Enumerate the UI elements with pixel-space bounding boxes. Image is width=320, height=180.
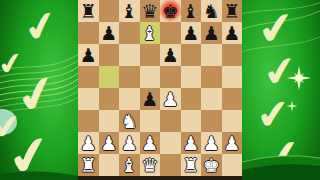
square-b7[interactable]: ♟ <box>99 22 120 44</box>
white-pawn[interactable]: ♟ <box>100 132 117 154</box>
square-d2[interactable]: ♟ <box>140 132 161 154</box>
white-rook[interactable]: ♜ <box>182 154 199 176</box>
square-g5[interactable] <box>201 66 222 88</box>
white-pawn[interactable]: ♟ <box>223 132 240 154</box>
black-bishop[interactable]: ♝ <box>182 0 199 22</box>
black-pawn[interactable]: ♟ <box>141 88 158 110</box>
square-c3[interactable]: ♞ <box>119 110 140 132</box>
square-b2[interactable]: ♟ <box>99 132 120 154</box>
square-h6[interactable] <box>222 44 243 66</box>
black-pawn[interactable]: ♟ <box>223 22 240 44</box>
square-d4[interactable]: ♟ <box>140 88 161 110</box>
background-right-decoration: ✔ ✔ ✔ ✔ <box>242 0 320 180</box>
white-pawn[interactable]: ♟ <box>141 132 158 154</box>
square-e5[interactable] <box>160 66 181 88</box>
square-e6[interactable]: ♟ <box>160 44 181 66</box>
chess-thumbnail: ✔ ✔ ✔ ✔ ✔ ♜♝♛♚♝♞♜♟♝♟♟♟♟♟♟♟♞♟♟♟♟♟♟♟♜♝♛♜♚ <box>0 0 320 180</box>
white-pawn[interactable]: ♟ <box>80 132 97 154</box>
square-h3[interactable] <box>222 110 243 132</box>
square-b4[interactable] <box>99 88 120 110</box>
square-e7[interactable] <box>160 22 181 44</box>
square-h8[interactable]: ♜ <box>222 0 243 22</box>
black-pawn[interactable]: ♟ <box>80 44 97 66</box>
background-left-art: ✔ ✔ ✔ ✔ ✔ <box>0 0 78 180</box>
square-f6[interactable] <box>181 44 202 66</box>
black-pawn[interactable]: ♟ <box>203 22 220 44</box>
square-e4[interactable]: ♟ <box>160 88 181 110</box>
white-bishop[interactable]: ♝ <box>141 22 158 44</box>
square-f3[interactable] <box>181 110 202 132</box>
square-c2[interactable]: ♟ <box>119 132 140 154</box>
white-bishop[interactable]: ♝ <box>121 154 138 176</box>
square-h4[interactable] <box>222 88 243 110</box>
square-a6[interactable]: ♟ <box>78 44 99 66</box>
black-queen[interactable]: ♛ <box>141 0 158 22</box>
square-e1[interactable] <box>160 154 181 176</box>
white-king[interactable]: ♚ <box>203 154 220 176</box>
square-c4[interactable] <box>119 88 140 110</box>
square-b3[interactable] <box>99 110 120 132</box>
square-g3[interactable] <box>201 110 222 132</box>
square-g8[interactable]: ♞ <box>201 0 222 22</box>
black-pawn[interactable]: ♟ <box>162 44 179 66</box>
square-e8[interactable]: ♚ <box>160 0 181 22</box>
square-a2[interactable]: ♟ <box>78 132 99 154</box>
square-a7[interactable] <box>78 22 99 44</box>
black-rook[interactable]: ♜ <box>80 0 97 22</box>
square-g7[interactable]: ♟ <box>201 22 222 44</box>
black-knight[interactable]: ♞ <box>203 0 220 22</box>
square-d3[interactable] <box>140 110 161 132</box>
square-a4[interactable] <box>78 88 99 110</box>
square-g1[interactable]: ♚ <box>201 154 222 176</box>
black-bishop[interactable]: ♝ <box>121 0 138 22</box>
square-d7[interactable]: ♝ <box>140 22 161 44</box>
white-pawn[interactable]: ♟ <box>182 132 199 154</box>
black-king[interactable]: ♚ <box>162 0 179 22</box>
white-pawn[interactable]: ♟ <box>203 132 220 154</box>
square-f1[interactable]: ♜ <box>181 154 202 176</box>
black-rook[interactable]: ♜ <box>223 0 240 22</box>
square-d8[interactable]: ♛ <box>140 0 161 22</box>
square-a8[interactable]: ♜ <box>78 0 99 22</box>
black-pawn[interactable]: ♟ <box>100 22 117 44</box>
square-d5[interactable] <box>140 66 161 88</box>
square-a3[interactable] <box>78 110 99 132</box>
white-queen[interactable]: ♛ <box>141 154 158 176</box>
square-c5[interactable] <box>119 66 140 88</box>
square-e3[interactable] <box>160 110 181 132</box>
background-left-decoration: ✔ ✔ ✔ ✔ ✔ <box>0 0 78 180</box>
square-h2[interactable]: ♟ <box>222 132 243 154</box>
white-knight[interactable]: ♞ <box>121 110 138 132</box>
square-h7[interactable]: ♟ <box>222 22 243 44</box>
square-g6[interactable] <box>201 44 222 66</box>
board-edge-strip <box>78 176 242 180</box>
square-f4[interactable] <box>181 88 202 110</box>
square-g4[interactable] <box>201 88 222 110</box>
square-d6[interactable] <box>140 44 161 66</box>
square-g2[interactable]: ♟ <box>201 132 222 154</box>
square-b8[interactable] <box>99 0 120 22</box>
square-e2[interactable] <box>160 132 181 154</box>
white-pawn[interactable]: ♟ <box>121 132 138 154</box>
square-a5[interactable] <box>78 66 99 88</box>
square-c7[interactable] <box>119 22 140 44</box>
square-h1[interactable] <box>222 154 243 176</box>
square-b1[interactable] <box>99 154 120 176</box>
square-f2[interactable]: ♟ <box>181 132 202 154</box>
square-c8[interactable]: ♝ <box>119 0 140 22</box>
square-f5[interactable] <box>181 66 202 88</box>
square-c6[interactable] <box>119 44 140 66</box>
square-b6[interactable] <box>99 44 120 66</box>
white-pawn[interactable]: ♟ <box>162 88 179 110</box>
square-a1[interactable]: ♜ <box>78 154 99 176</box>
square-f8[interactable]: ♝ <box>181 0 202 22</box>
background-right-art: ✔ ✔ ✔ ✔ <box>242 0 320 180</box>
square-f7[interactable]: ♟ <box>181 22 202 44</box>
square-d1[interactable]: ♛ <box>140 154 161 176</box>
square-b5[interactable] <box>99 66 120 88</box>
black-pawn[interactable]: ♟ <box>182 22 199 44</box>
white-rook[interactable]: ♜ <box>80 154 97 176</box>
square-c1[interactable]: ♝ <box>119 154 140 176</box>
chess-board[interactable]: ♜♝♛♚♝♞♜♟♝♟♟♟♟♟♟♟♞♟♟♟♟♟♟♟♜♝♛♜♚ <box>78 0 242 176</box>
square-h5[interactable] <box>222 66 243 88</box>
